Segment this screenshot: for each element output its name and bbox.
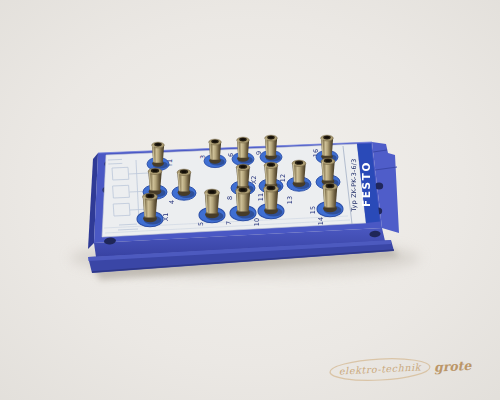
port-label: 13 (286, 196, 294, 204)
port-label: 4 (168, 200, 176, 204)
festo-logo: FESTO (360, 161, 372, 207)
watermark-name: grote (434, 358, 473, 375)
port-label: 5 (197, 222, 205, 226)
port-label: 11 (257, 193, 265, 201)
port-label: 10 (253, 218, 261, 226)
photo-canvas: Typ ZK-PK-3-6/3 FESTO Y136916X2124811131… (0, 0, 500, 400)
port-label: 8 (226, 196, 234, 200)
product-photo: Typ ZK-PK-3-6/3 FESTO Y136916X2124811131… (0, 0, 500, 400)
port-label: 15 (309, 206, 317, 214)
type-designation: Typ ZK-PK-3-6/3 (350, 158, 358, 212)
port-label: 14 (317, 217, 325, 225)
port-label: 7 (225, 221, 233, 225)
